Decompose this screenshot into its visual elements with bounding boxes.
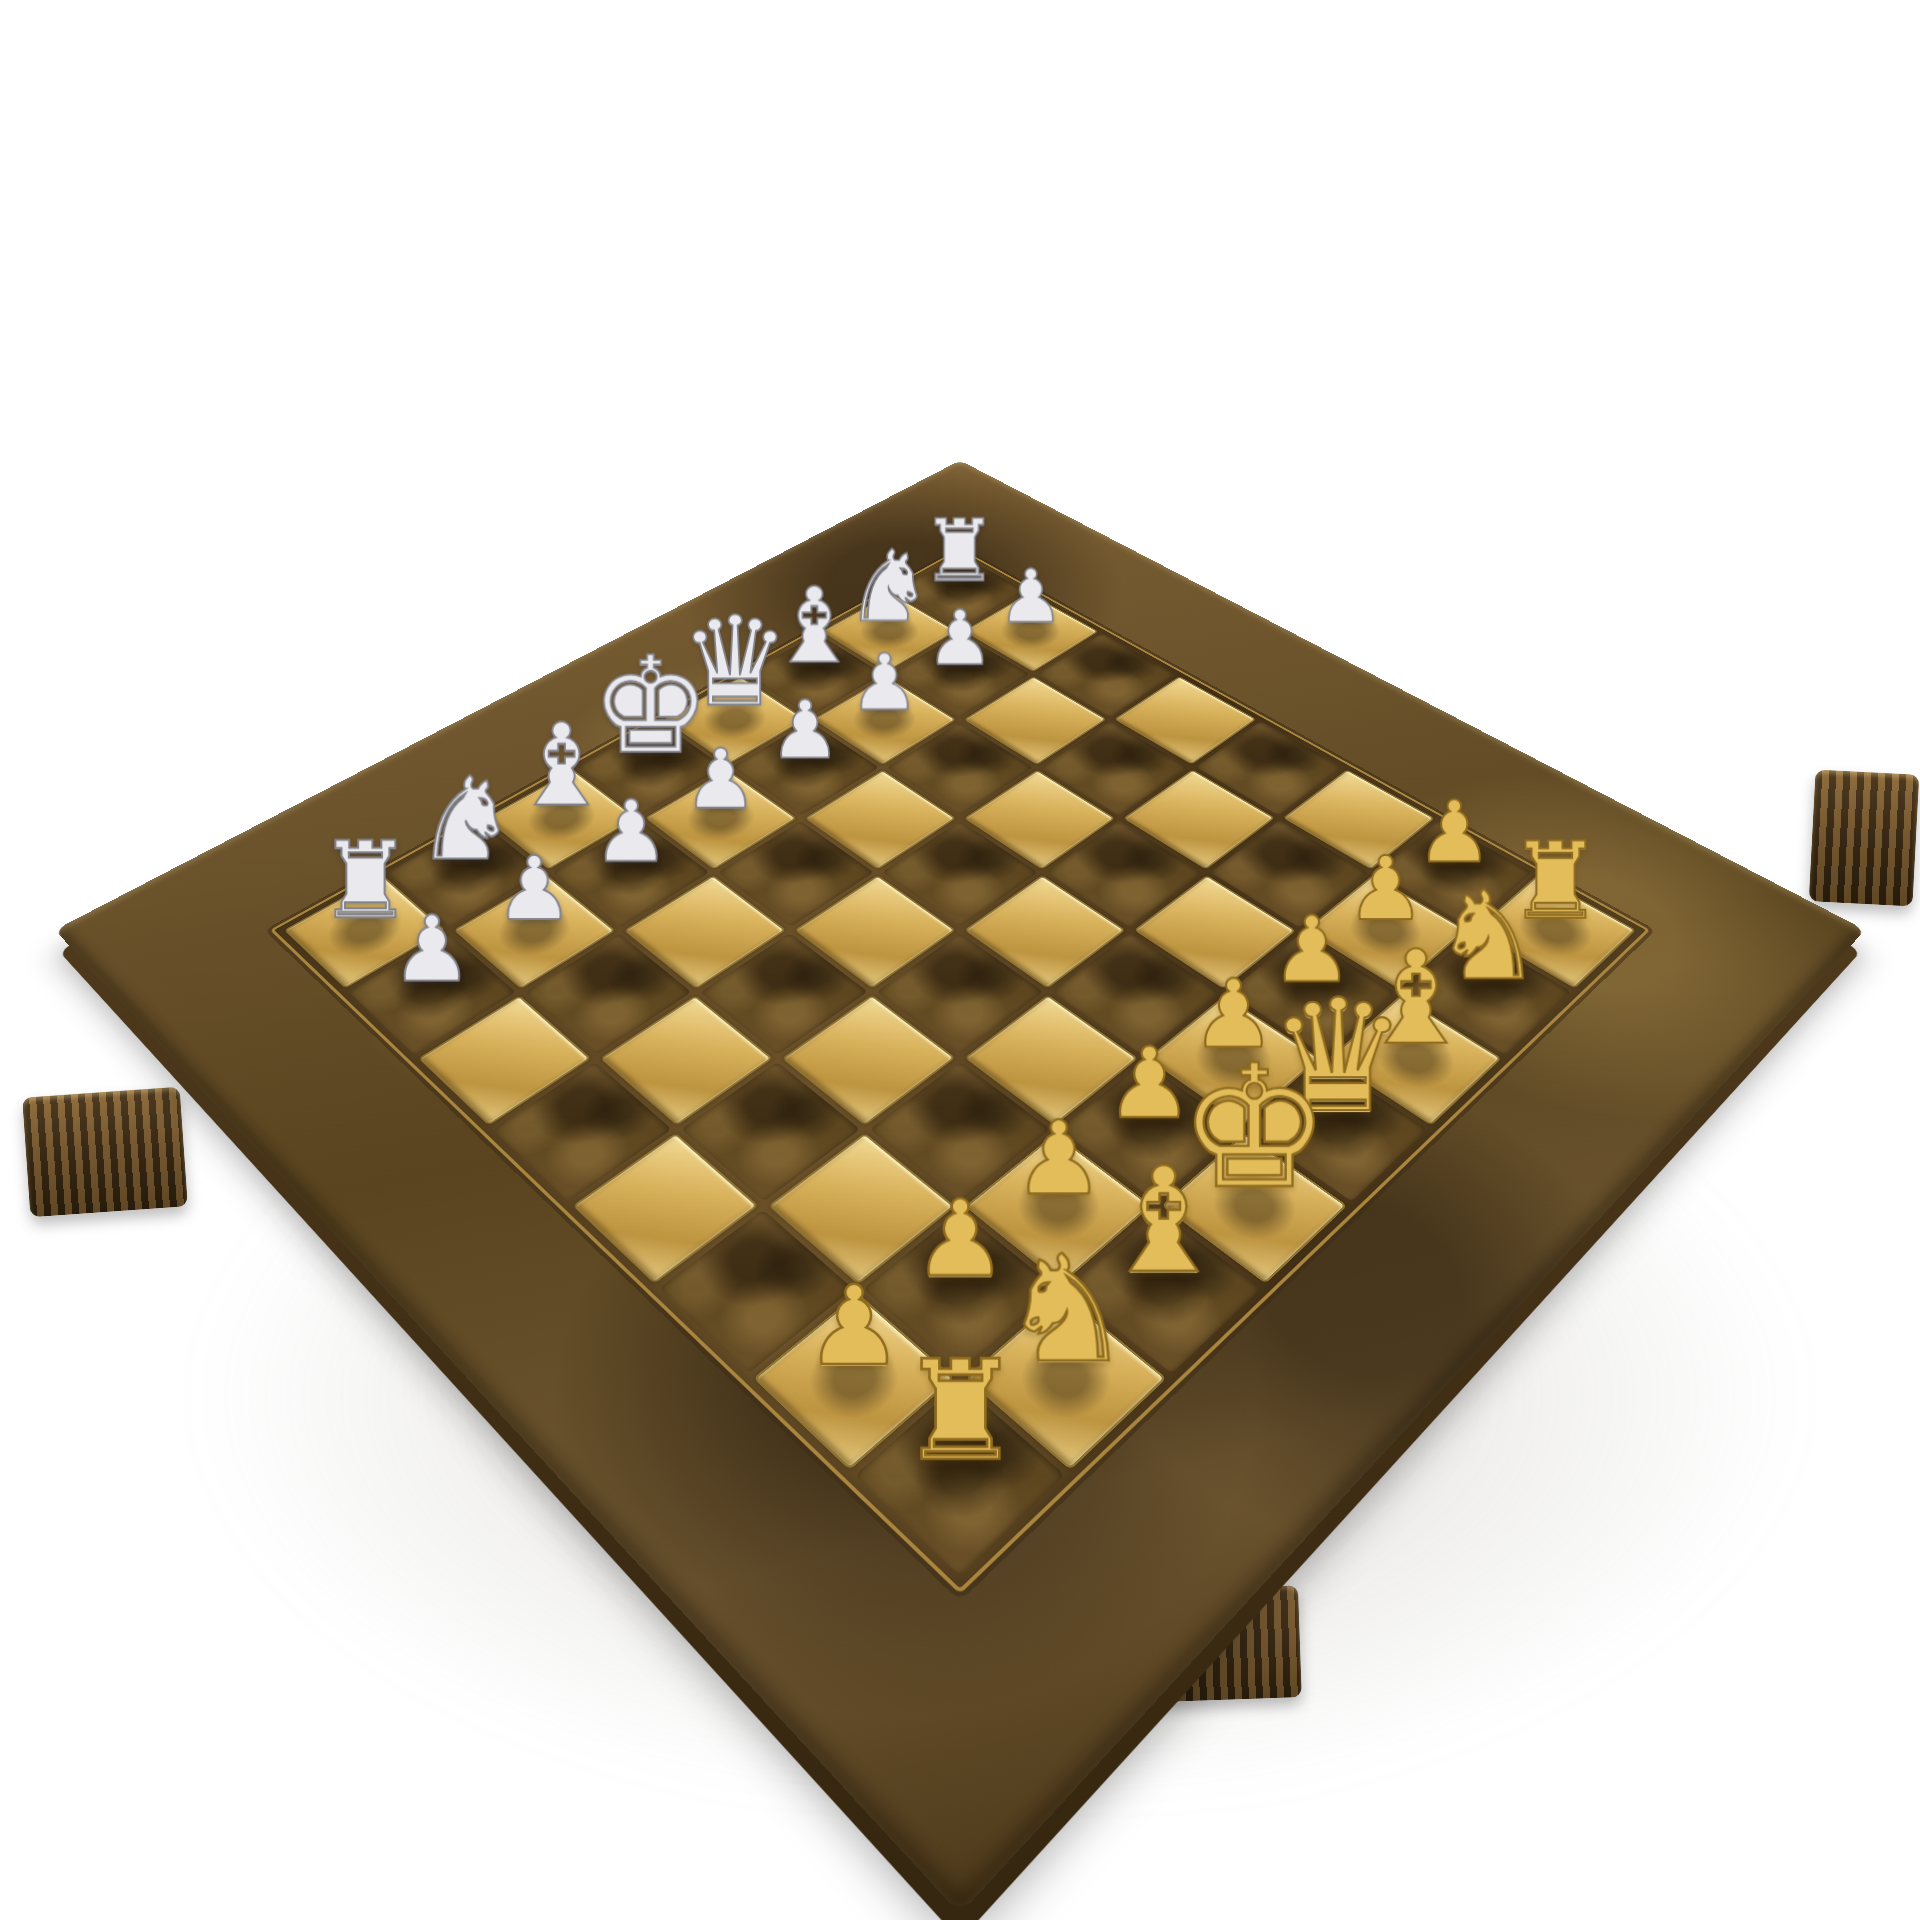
square-h8[interactable]: ♜ bbox=[855, 1382, 1066, 1575]
silver-pawn-h2[interactable]: ♟ bbox=[308, 908, 556, 992]
board-grid: ♜♟♟♜♞♟♟♞♝♟♟♝♛♟♟♛♚♟♟♚♝♟♟♝♞♟♟♞♜♟♟♜ bbox=[270, 548, 1650, 1594]
gold-rook-h8[interactable]: ♜ bbox=[804, 1348, 1117, 1475]
perspective-wrapper: ♜♟♟♜♞♟♟♞♝♟♟♝♛♟♟♛♚♟♟♚♝♟♟♝♞♟♟♞♜♟♟♜ bbox=[0, 0, 1920, 1920]
square-h2[interactable]: ♟ bbox=[349, 933, 516, 1055]
chess-board: ♜♟♟♜♞♟♟♞♝♟♟♝♛♟♟♛♚♟♟♚♝♟♟♝♞♟♟♞♜♟♟♜ bbox=[55, 460, 1865, 1914]
product-photo-scene: ♜♟♟♜♞♟♟♞♝♟♟♝♛♟♟♛♚♟♟♚♝♟♟♝♞♟♟♞♜♟♟♜ bbox=[0, 0, 1920, 1920]
